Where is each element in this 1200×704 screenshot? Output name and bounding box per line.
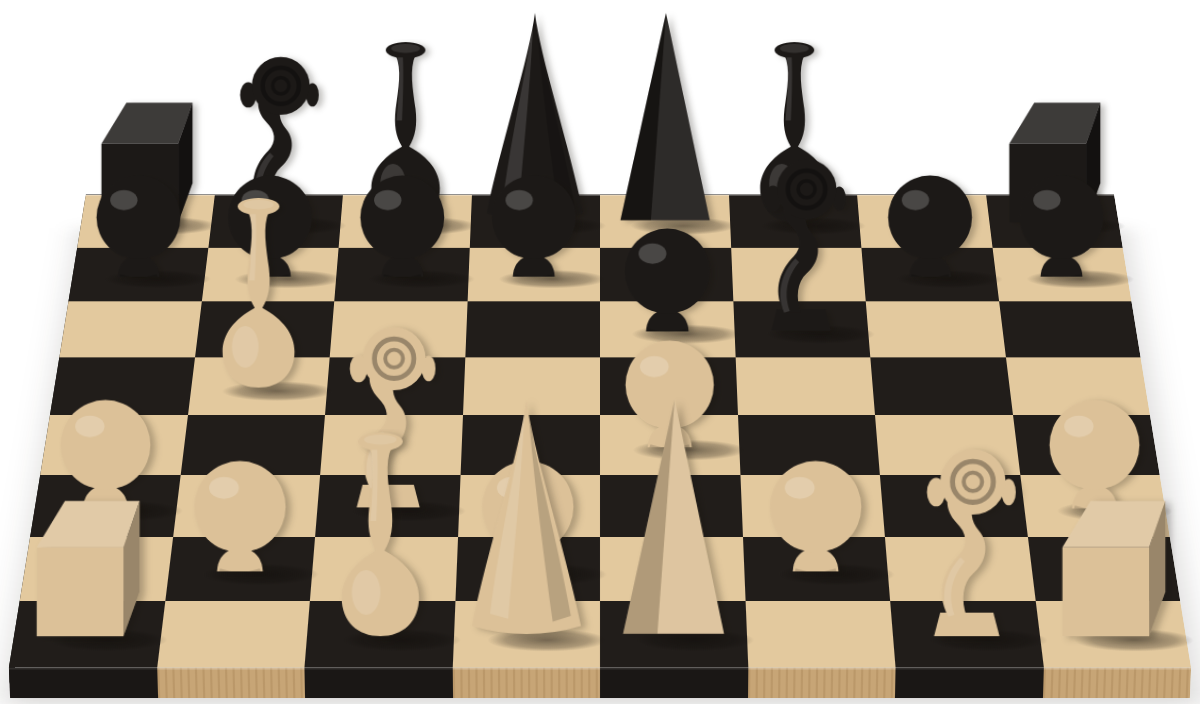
king-pyramid-icon <box>617 395 730 638</box>
photo-scene <box>0 0 1200 704</box>
front-face-segment-c1 <box>304 668 452 699</box>
front-face-segment-h1 <box>1042 668 1191 699</box>
pawn-sphere-icon <box>488 166 579 277</box>
pawn-sphere-icon <box>93 166 184 277</box>
rook-cube-icon <box>1057 489 1170 638</box>
piece-black-pawn-a7[interactable] <box>68 247 207 301</box>
piece-black-knight-f6[interactable] <box>733 301 870 357</box>
piece-white-bishop-b5[interactable] <box>188 357 330 415</box>
piece-white-rook-h1[interactable] <box>1035 601 1191 668</box>
front-face-segment-e1 <box>600 668 748 699</box>
piece-white-king-e1[interactable] <box>600 601 748 668</box>
queen-cone-icon <box>468 395 585 638</box>
piece-black-pawn-c7[interactable] <box>334 247 469 301</box>
piece-white-rook-a1[interactable] <box>9 601 165 668</box>
piece-white-pawn-f2[interactable] <box>742 537 890 601</box>
bishop-bottle-flask-icon <box>335 429 425 638</box>
chess-board <box>9 195 1191 667</box>
knight-violin-scroll-icon <box>756 150 846 332</box>
pawn-sphere-icon <box>190 451 289 572</box>
front-face-segment-g1 <box>895 668 1043 699</box>
king-pyramid-icon <box>615 9 715 224</box>
piece-white-knight-g1[interactable] <box>890 601 1043 668</box>
front-face-segment-b1 <box>157 668 305 699</box>
piece-white-queen-d1[interactable] <box>452 601 600 668</box>
pawn-sphere-icon <box>884 166 975 277</box>
piece-black-pawn-d7[interactable] <box>467 247 600 301</box>
front-face-segment-a1 <box>9 668 158 699</box>
piece-white-pawn-b2[interactable] <box>165 537 315 601</box>
piece-layer <box>9 195 1191 667</box>
front-face-segment-f1 <box>747 668 895 699</box>
pawn-sphere-icon <box>1016 166 1107 277</box>
bishop-bottle-flask-icon <box>217 195 300 390</box>
piece-white-bishop-c1[interactable] <box>304 601 454 668</box>
pawn-sphere-icon <box>357 166 448 277</box>
rook-cube-icon <box>30 489 143 638</box>
pawn-sphere-icon <box>621 219 714 332</box>
board-front-face <box>9 668 1191 699</box>
knight-violin-scroll-icon <box>917 439 1015 638</box>
piece-black-pawn-g7[interactable] <box>861 247 998 301</box>
front-face-segment-d1 <box>452 668 600 699</box>
pawn-sphere-icon <box>766 451 865 572</box>
